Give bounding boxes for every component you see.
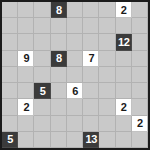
grid-cell-r8c7[interactable] — [116, 132, 132, 148]
grid-cell-r2c3[interactable] — [51, 34, 67, 50]
grid-cell-r8c1[interactable] — [18, 132, 34, 148]
grid-cell-r8c5[interactable]: 13 — [83, 132, 99, 148]
grid-cell-r5c1[interactable] — [18, 83, 34, 99]
grid-cell-r3c7[interactable] — [116, 51, 132, 67]
grid-cell-r6c4[interactable] — [67, 99, 83, 115]
grid-cell-r6c5[interactable] — [83, 99, 99, 115]
grid-cell-r7c5[interactable] — [83, 116, 99, 132]
grid-cell-r3c1[interactable]: 9 — [18, 51, 34, 67]
grid-cell-r4c4[interactable] — [67, 67, 83, 83]
grid-cell-r0c7[interactable]: 2 — [116, 2, 132, 18]
grid-cell-r3c0[interactable] — [2, 51, 18, 67]
grid-cell-r4c7[interactable] — [116, 67, 132, 83]
grid-cell-r2c1[interactable] — [18, 34, 34, 50]
grid-cell-r7c3[interactable] — [51, 116, 67, 132]
grid-cell-r0c8[interactable] — [132, 2, 148, 18]
clue-number: 9 — [24, 53, 30, 64]
grid-cell-r0c2[interactable] — [34, 2, 50, 18]
grid-cell-r0c4[interactable] — [67, 2, 83, 18]
grid-cell-r3c5[interactable]: 7 — [83, 51, 99, 67]
grid-cell-r5c5[interactable] — [83, 83, 99, 99]
grid-cell-r5c0[interactable] — [2, 83, 18, 99]
grid-cell-r1c3[interactable] — [51, 18, 67, 34]
grid-cell-r3c4[interactable] — [67, 51, 83, 67]
grid-cell-r2c4[interactable] — [67, 34, 83, 50]
grid-cell-r0c3[interactable]: 8 — [51, 2, 67, 18]
grid-cell-r1c5[interactable] — [83, 18, 99, 34]
clue-number: 8 — [56, 5, 62, 16]
grid-cell-r4c8[interactable] — [132, 67, 148, 83]
grid-cell-r8c0[interactable]: 5 — [2, 132, 18, 148]
grid-cell-r8c3[interactable] — [51, 132, 67, 148]
grid-cell-r8c2[interactable] — [34, 132, 50, 148]
grid-cell-r4c0[interactable] — [2, 67, 18, 83]
grid-cell-r7c4[interactable] — [67, 116, 83, 132]
grid-cell-r6c7[interactable]: 2 — [116, 99, 132, 115]
puzzle-board: 821298756222513 — [0, 0, 150, 150]
grid-cell-r7c7[interactable] — [116, 116, 132, 132]
clue-number: 13 — [86, 134, 97, 145]
grid-cell-r4c1[interactable] — [18, 67, 34, 83]
clue-number: 2 — [137, 118, 143, 129]
clue-number: 5 — [7, 134, 13, 145]
grid-cell-r5c2[interactable]: 5 — [34, 83, 50, 99]
grid-cell-r2c8[interactable] — [132, 34, 148, 50]
grid-cell-r2c7[interactable]: 12 — [116, 34, 132, 50]
grid-cell-r8c6[interactable] — [99, 132, 115, 148]
grid-cell-r7c0[interactable] — [2, 116, 18, 132]
grid-cell-r1c4[interactable] — [67, 18, 83, 34]
grid-cell-r1c2[interactable] — [34, 18, 50, 34]
grid-cell-r4c5[interactable] — [83, 67, 99, 83]
grid-cell-r5c4[interactable]: 6 — [67, 83, 83, 99]
clue-number: 7 — [88, 53, 94, 64]
grid-cell-r0c6[interactable] — [99, 2, 115, 18]
clue-number: 5 — [40, 86, 46, 97]
grid-cell-r4c3[interactable] — [51, 67, 67, 83]
grid-cell-r6c8[interactable] — [132, 99, 148, 115]
grid-cell-r3c6[interactable] — [99, 51, 115, 67]
grid-cell-r1c7[interactable] — [116, 18, 132, 34]
grid-cell-r2c2[interactable] — [34, 34, 50, 50]
grid-cell-r7c6[interactable] — [99, 116, 115, 132]
grid-cell-r0c5[interactable] — [83, 2, 99, 18]
grid-cell-r1c8[interactable] — [132, 18, 148, 34]
grid-cell-r6c6[interactable] — [99, 99, 115, 115]
grid-cell-r7c8[interactable]: 2 — [132, 116, 148, 132]
grid-cell-r2c5[interactable] — [83, 34, 99, 50]
grid-cell-r1c6[interactable] — [99, 18, 115, 34]
grid-cell-r7c2[interactable] — [34, 116, 50, 132]
clue-number: 6 — [72, 86, 78, 97]
grid-cell-r5c6[interactable] — [99, 83, 115, 99]
grid-cell-r3c3[interactable]: 8 — [51, 51, 67, 67]
grid-cell-r6c0[interactable] — [2, 99, 18, 115]
grid-cell-r5c8[interactable] — [132, 83, 148, 99]
grid-cell-r2c0[interactable] — [2, 34, 18, 50]
grid-cell-r8c8[interactable] — [132, 132, 148, 148]
grid-cell-r5c7[interactable] — [116, 83, 132, 99]
clue-number: 2 — [24, 102, 30, 113]
grid-cell-r6c1[interactable]: 2 — [18, 99, 34, 115]
grid-cell-r7c1[interactable] — [18, 116, 34, 132]
grid-cell-r5c3[interactable] — [51, 83, 67, 99]
grid-cell-r4c2[interactable] — [34, 67, 50, 83]
clue-number: 12 — [118, 37, 129, 48]
grid-cell-r1c1[interactable] — [18, 18, 34, 34]
grid-cell-r6c2[interactable] — [34, 99, 50, 115]
grid-cell-r2c6[interactable] — [99, 34, 115, 50]
grid-cell-r0c1[interactable] — [18, 2, 34, 18]
grid-cell-r0c0[interactable] — [2, 2, 18, 18]
grid-cell-r4c6[interactable] — [99, 67, 115, 83]
grid-cell-r3c2[interactable] — [34, 51, 50, 67]
grid-cell-r6c3[interactable] — [51, 99, 67, 115]
grid-cell-r1c0[interactable] — [2, 18, 18, 34]
grid-cell-r8c4[interactable] — [67, 132, 83, 148]
clue-number: 2 — [121, 102, 127, 113]
clue-number: 2 — [121, 5, 127, 16]
clue-number: 8 — [56, 53, 62, 64]
grid-cell-r3c8[interactable] — [132, 51, 148, 67]
